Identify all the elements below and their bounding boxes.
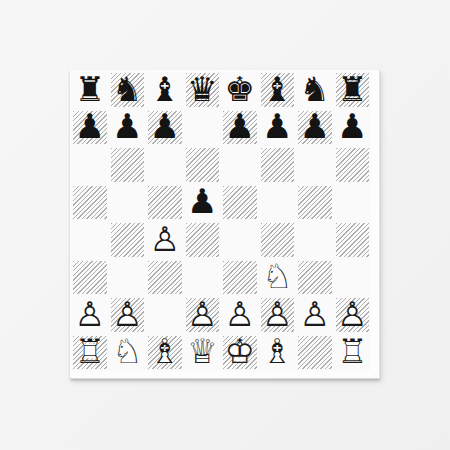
piece-black-pawn[interactable]: ♟ <box>73 111 107 145</box>
black-piece-glyph: ♟ <box>112 110 142 144</box>
white-piece-outline: ♙ <box>150 222 180 256</box>
piece-black-pawn[interactable]: ♟ <box>223 111 257 145</box>
piece-white-knight[interactable]: ♞♘ <box>259 259 297 297</box>
square-f7[interactable]: ♟ <box>259 109 297 147</box>
square-f2[interactable]: ♟♙ <box>259 296 297 334</box>
page-background: ♜♞♝♛♚♝♞♜♟♟♟♟♟♟♟♟♟♙♞♘♟♙♟♙♟♙♟♙♟♙♟♙♟♙♜♖♞♘♝♗… <box>0 0 450 450</box>
black-piece-glyph: ♟ <box>337 110 367 144</box>
square-g5[interactable] <box>296 184 334 222</box>
piece-black-knight[interactable]: ♞ <box>111 73 145 107</box>
white-piece-outline: ♕ <box>187 335 217 369</box>
square-e6[interactable] <box>221 146 259 184</box>
black-piece-glyph: ♟ <box>187 185 217 219</box>
square-g4[interactable] <box>296 221 334 259</box>
piece-black-pawn[interactable]: ♟ <box>148 111 182 145</box>
piece-white-pawn[interactable]: ♟♙ <box>71 296 109 334</box>
art-board: ♜♞♝♛♚♝♞♜♟♟♟♟♟♟♟♟♟♙♞♘♟♙♟♙♟♙♟♙♟♙♟♙♟♙♜♖♞♘♝♗… <box>70 70 380 379</box>
white-piece-outline: ♙ <box>225 297 255 331</box>
piece-black-bishop[interactable]: ♝ <box>146 71 184 109</box>
white-piece-outline: ♖ <box>337 335 367 369</box>
white-piece-outline: ♙ <box>300 297 330 331</box>
square-c7[interactable]: ♟ <box>146 109 184 147</box>
piece-white-pawn[interactable]: ♟♙ <box>146 221 184 259</box>
square-d8[interactable]: ♛ <box>184 71 222 109</box>
piece-white-knight[interactable]: ♞♘ <box>109 334 147 372</box>
black-piece-glyph: ♟ <box>262 110 292 144</box>
white-piece-outline: ♙ <box>75 297 105 331</box>
white-piece-outline: ♙ <box>187 297 217 331</box>
piece-black-pawn[interactable]: ♟ <box>259 109 297 147</box>
square-a5[interactable] <box>71 184 109 222</box>
square-c1[interactable]: ♝♗ <box>146 334 184 372</box>
square-b6[interactable] <box>109 146 147 184</box>
square-d3[interactable] <box>184 259 222 297</box>
white-piece-outline: ♖ <box>75 335 105 369</box>
square-b2[interactable]: ♟♙ <box>109 296 147 334</box>
square-h7[interactable]: ♟ <box>334 109 372 147</box>
white-piece-outline: ♙ <box>262 297 292 331</box>
square-d5[interactable]: ♟ <box>184 184 222 222</box>
piece-white-king[interactable]: ♚♔ <box>223 336 257 370</box>
piece-white-pawn[interactable]: ♟♙ <box>111 298 145 332</box>
piece-black-rook[interactable]: ♜ <box>336 73 370 107</box>
black-piece-glyph: ♜ <box>337 72 367 106</box>
white-piece-outline: ♘ <box>262 260 292 294</box>
square-e1[interactable]: ♚♔ <box>221 334 259 372</box>
black-piece-glyph: ♞ <box>112 72 142 106</box>
square-g6[interactable] <box>296 146 334 184</box>
square-a8[interactable]: ♜ <box>71 71 109 109</box>
white-piece-outline: ♔ <box>225 335 255 369</box>
white-piece-outline: ♙ <box>337 297 367 331</box>
black-piece-glyph: ♟ <box>75 110 105 144</box>
square-f1[interactable]: ♝♗ <box>259 334 297 372</box>
square-h1[interactable]: ♜♖ <box>334 334 372 372</box>
square-a4[interactable] <box>71 221 109 259</box>
square-g7[interactable]: ♟ <box>296 109 334 147</box>
square-d4[interactable] <box>184 221 222 259</box>
black-piece-glyph: ♛ <box>187 72 217 106</box>
white-piece-outline: ♗ <box>150 335 180 369</box>
piece-white-queen[interactable]: ♛♕ <box>184 334 222 372</box>
piece-white-rook[interactable]: ♜♖ <box>334 334 372 372</box>
piece-white-pawn[interactable]: ♟♙ <box>221 296 259 334</box>
square-c4[interactable]: ♟♙ <box>146 221 184 259</box>
square-h8[interactable]: ♜ <box>334 71 372 109</box>
piece-white-bishop[interactable]: ♝♗ <box>259 334 297 372</box>
piece-black-queen[interactable]: ♛ <box>186 73 220 107</box>
square-c6[interactable] <box>146 146 184 184</box>
square-b3[interactable] <box>109 259 147 297</box>
square-h3[interactable] <box>334 259 372 297</box>
square-f4[interactable] <box>259 221 297 259</box>
square-d2[interactable]: ♟♙ <box>184 296 222 334</box>
square-b8[interactable]: ♞ <box>109 71 147 109</box>
piece-black-pawn[interactable]: ♟ <box>109 109 147 147</box>
square-h4[interactable] <box>334 221 372 259</box>
square-f3[interactable]: ♞♘ <box>259 259 297 297</box>
square-a1[interactable]: ♜♖ <box>71 334 109 372</box>
square-c5[interactable] <box>146 184 184 222</box>
piece-white-pawn[interactable]: ♟♙ <box>261 298 295 332</box>
square-g2[interactable]: ♟♙ <box>296 296 334 334</box>
piece-white-rook[interactable]: ♜♖ <box>73 336 107 370</box>
square-a3[interactable] <box>71 259 109 297</box>
square-b7[interactable]: ♟ <box>109 109 147 147</box>
square-e3[interactable] <box>221 259 259 297</box>
piece-black-pawn[interactable]: ♟ <box>334 109 372 147</box>
square-h5[interactable] <box>334 184 372 222</box>
black-piece-glyph: ♟ <box>300 110 330 144</box>
piece-white-pawn[interactable]: ♟♙ <box>186 298 220 332</box>
piece-black-pawn[interactable]: ♟ <box>184 184 222 222</box>
square-a6[interactable] <box>71 146 109 184</box>
square-e4[interactable] <box>221 221 259 259</box>
black-piece-glyph: ♟ <box>225 110 255 144</box>
square-b1[interactable]: ♞♘ <box>109 334 147 372</box>
square-d7[interactable] <box>184 109 222 147</box>
square-d1[interactable]: ♛♕ <box>184 334 222 372</box>
white-piece-outline: ♗ <box>262 335 292 369</box>
piece-white-bishop[interactable]: ♝♗ <box>148 336 182 370</box>
piece-white-pawn[interactable]: ♟♙ <box>296 296 334 334</box>
black-piece-glyph: ♚ <box>225 72 255 106</box>
square-h6[interactable] <box>334 146 372 184</box>
square-f8[interactable]: ♝ <box>259 71 297 109</box>
square-f5[interactable] <box>259 184 297 222</box>
square-d6[interactable] <box>184 146 222 184</box>
square-c2[interactable] <box>146 296 184 334</box>
square-a2[interactable]: ♟♙ <box>71 296 109 334</box>
piece-white-pawn[interactable]: ♟♙ <box>336 298 370 332</box>
black-piece-glyph: ♜ <box>75 72 105 106</box>
square-e5[interactable] <box>221 184 259 222</box>
square-g1[interactable] <box>296 334 334 372</box>
square-c8[interactable]: ♝ <box>146 71 184 109</box>
piece-black-rook[interactable]: ♜ <box>71 71 109 109</box>
chess-board: ♜♞♝♛♚♝♞♜♟♟♟♟♟♟♟♟♟♙♞♘♟♙♟♙♟♙♟♙♟♙♟♙♟♙♜♖♞♘♝♗… <box>71 71 371 371</box>
black-piece-glyph: ♞ <box>300 72 330 106</box>
square-b4[interactable] <box>109 221 147 259</box>
square-e8[interactable]: ♚ <box>221 71 259 109</box>
white-piece-outline: ♘ <box>112 335 142 369</box>
square-e2[interactable]: ♟♙ <box>221 296 259 334</box>
square-g8[interactable]: ♞ <box>296 71 334 109</box>
piece-black-pawn[interactable]: ♟ <box>298 111 332 145</box>
black-piece-glyph: ♝ <box>262 72 292 106</box>
piece-black-king[interactable]: ♚ <box>221 71 259 109</box>
piece-black-bishop[interactable]: ♝ <box>261 73 295 107</box>
square-b5[interactable] <box>109 184 147 222</box>
black-piece-glyph: ♝ <box>150 72 180 106</box>
square-c3[interactable] <box>146 259 184 297</box>
square-a7[interactable]: ♟ <box>71 109 109 147</box>
black-piece-glyph: ♟ <box>150 110 180 144</box>
square-g3[interactable] <box>296 259 334 297</box>
white-piece-outline: ♙ <box>112 297 142 331</box>
piece-black-knight[interactable]: ♞ <box>296 71 334 109</box>
square-h2[interactable]: ♟♙ <box>334 296 372 334</box>
square-f6[interactable] <box>259 146 297 184</box>
square-e7[interactable]: ♟ <box>221 109 259 147</box>
